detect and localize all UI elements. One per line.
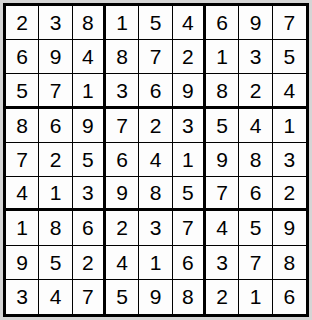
cell-r5c2[interactable]: 2 (39, 143, 72, 177)
cell-r1c7[interactable]: 6 (206, 6, 239, 40)
cell-r4c3[interactable]: 9 (73, 109, 106, 143)
cell-r9c9[interactable]: 6 (273, 280, 306, 314)
cell-r6c7[interactable]: 7 (206, 177, 239, 211)
cell-r5c9[interactable]: 3 (273, 143, 306, 177)
cell-r3c9[interactable]: 4 (273, 74, 306, 108)
cell-r8c9[interactable]: 8 (273, 246, 306, 280)
cell-r5c6[interactable]: 1 (173, 143, 206, 177)
cell-r7c5[interactable]: 3 (139, 211, 172, 245)
cell-r4c5[interactable]: 2 (139, 109, 172, 143)
cell-r5c4[interactable]: 6 (106, 143, 139, 177)
cell-r7c7[interactable]: 4 (206, 211, 239, 245)
cell-r8c4[interactable]: 4 (106, 246, 139, 280)
cell-r4c1[interactable]: 8 (6, 109, 39, 143)
cell-r7c2[interactable]: 8 (39, 211, 72, 245)
cell-r9c3[interactable]: 7 (73, 280, 106, 314)
cell-r6c3[interactable]: 3 (73, 177, 106, 211)
cell-r3c7[interactable]: 8 (206, 74, 239, 108)
cell-r2c7[interactable]: 1 (206, 40, 239, 74)
cell-r8c7[interactable]: 3 (206, 246, 239, 280)
cell-r3c6[interactable]: 9 (173, 74, 206, 108)
cell-r2c9[interactable]: 5 (273, 40, 306, 74)
cell-r1c4[interactable]: 1 (106, 6, 139, 40)
cell-r9c1[interactable]: 3 (6, 280, 39, 314)
cell-r3c8[interactable]: 2 (239, 74, 272, 108)
cell-r1c2[interactable]: 3 (39, 6, 72, 40)
cell-r2c4[interactable]: 8 (106, 40, 139, 74)
cell-r7c6[interactable]: 7 (173, 211, 206, 245)
cell-r5c3[interactable]: 5 (73, 143, 106, 177)
cell-r8c3[interactable]: 2 (73, 246, 106, 280)
cell-r6c5[interactable]: 8 (139, 177, 172, 211)
cell-r9c5[interactable]: 9 (139, 280, 172, 314)
cell-r6c6[interactable]: 5 (173, 177, 206, 211)
cell-r1c1[interactable]: 2 (6, 6, 39, 40)
cell-r7c9[interactable]: 9 (273, 211, 306, 245)
cell-r9c2[interactable]: 4 (39, 280, 72, 314)
cell-r3c4[interactable]: 3 (106, 74, 139, 108)
cell-r9c6[interactable]: 8 (173, 280, 206, 314)
sudoku-board: 2381546976948721355713698248697235417256… (3, 3, 309, 317)
cell-r5c7[interactable]: 9 (206, 143, 239, 177)
cell-r5c1[interactable]: 7 (6, 143, 39, 177)
cell-r1c3[interactable]: 8 (73, 6, 106, 40)
cell-r8c6[interactable]: 6 (173, 246, 206, 280)
cell-r1c9[interactable]: 7 (273, 6, 306, 40)
cell-r6c4[interactable]: 9 (106, 177, 139, 211)
cell-r2c8[interactable]: 3 (239, 40, 272, 74)
cell-r4c7[interactable]: 5 (206, 109, 239, 143)
cell-r7c1[interactable]: 1 (6, 211, 39, 245)
cell-r2c3[interactable]: 4 (73, 40, 106, 74)
cell-r2c2[interactable]: 9 (39, 40, 72, 74)
sudoku-page: 2381546976948721355713698248697235417256… (0, 0, 312, 320)
cell-r1c6[interactable]: 4 (173, 6, 206, 40)
cell-r8c8[interactable]: 7 (239, 246, 272, 280)
cell-r3c2[interactable]: 7 (39, 74, 72, 108)
cell-r6c9[interactable]: 2 (273, 177, 306, 211)
cell-r5c5[interactable]: 4 (139, 143, 172, 177)
cell-r2c1[interactable]: 6 (6, 40, 39, 74)
cell-r4c2[interactable]: 6 (39, 109, 72, 143)
cell-r7c3[interactable]: 6 (73, 211, 106, 245)
cell-r6c1[interactable]: 4 (6, 177, 39, 211)
cell-r5c8[interactable]: 8 (239, 143, 272, 177)
cell-r4c4[interactable]: 7 (106, 109, 139, 143)
cell-r3c5[interactable]: 6 (139, 74, 172, 108)
cell-r6c8[interactable]: 6 (239, 177, 272, 211)
cell-r4c8[interactable]: 4 (239, 109, 272, 143)
cell-r9c7[interactable]: 2 (206, 280, 239, 314)
cell-r2c6[interactable]: 2 (173, 40, 206, 74)
cell-r8c5[interactable]: 1 (139, 246, 172, 280)
cell-r8c1[interactable]: 9 (6, 246, 39, 280)
cell-r1c8[interactable]: 9 (239, 6, 272, 40)
cell-r2c5[interactable]: 7 (139, 40, 172, 74)
cell-r7c8[interactable]: 5 (239, 211, 272, 245)
cell-r8c2[interactable]: 5 (39, 246, 72, 280)
cell-r4c6[interactable]: 3 (173, 109, 206, 143)
cell-r1c5[interactable]: 5 (139, 6, 172, 40)
cell-r4c9[interactable]: 1 (273, 109, 306, 143)
cell-r3c1[interactable]: 5 (6, 74, 39, 108)
cell-r9c8[interactable]: 1 (239, 280, 272, 314)
cell-r9c4[interactable]: 5 (106, 280, 139, 314)
cell-r6c2[interactable]: 1 (39, 177, 72, 211)
cell-r3c3[interactable]: 1 (73, 74, 106, 108)
cell-r7c4[interactable]: 2 (106, 211, 139, 245)
